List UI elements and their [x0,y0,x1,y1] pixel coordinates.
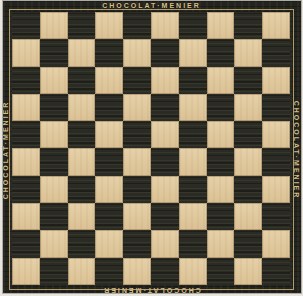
square-r6c1[interactable] [12,148,40,175]
square-r10c4[interactable] [95,258,123,285]
square-r10c5[interactable] [123,258,151,285]
square-r6c4[interactable] [95,148,123,175]
square-r7c10[interactable] [262,176,290,203]
square-r4c6[interactable] [151,94,179,121]
square-r9c6[interactable] [151,230,179,257]
square-r7c5[interactable] [123,176,151,203]
square-r9c1[interactable] [12,230,40,257]
square-r6c3[interactable] [68,148,96,175]
square-r2c1[interactable] [12,39,40,66]
square-r1c5[interactable] [123,12,151,39]
square-r2c2[interactable] [40,39,68,66]
square-r4c7[interactable] [179,94,207,121]
square-r8c9[interactable] [234,203,262,230]
square-r3c2[interactable] [40,67,68,94]
square-r8c7[interactable] [179,203,207,230]
square-r7c1[interactable] [12,176,40,203]
square-r8c6[interactable] [151,203,179,230]
square-r5c8[interactable] [207,121,235,148]
square-r1c4[interactable] [95,12,123,39]
square-r7c8[interactable] [207,176,235,203]
square-r1c8[interactable] [207,12,235,39]
square-r4c5[interactable] [123,94,151,121]
square-r8c1[interactable] [12,203,40,230]
square-r5c10[interactable] [262,121,290,148]
square-r5c1[interactable] [12,121,40,148]
square-r3c7[interactable] [179,67,207,94]
square-r1c7[interactable] [179,12,207,39]
square-r8c5[interactable] [123,203,151,230]
square-r4c4[interactable] [95,94,123,121]
square-r3c1[interactable] [12,67,40,94]
square-r5c9[interactable] [234,121,262,148]
board-photo: CHOCOLAT·MENIER CHOCOLAT·MENIER CHOCOLAT… [0,0,303,296]
square-r5c6[interactable] [151,121,179,148]
square-r2c7[interactable] [179,39,207,66]
square-r9c4[interactable] [95,230,123,257]
square-r6c2[interactable] [40,148,68,175]
square-r2c3[interactable] [68,39,96,66]
square-r2c10[interactable] [262,39,290,66]
square-r7c9[interactable] [234,176,262,203]
square-r3c5[interactable] [123,67,151,94]
square-r8c3[interactable] [68,203,96,230]
square-r9c10[interactable] [262,230,290,257]
square-r9c7[interactable] [179,230,207,257]
square-r10c6[interactable] [151,258,179,285]
square-r4c3[interactable] [68,94,96,121]
square-r6c7[interactable] [179,148,207,175]
square-r1c10[interactable] [262,12,290,39]
square-r6c9[interactable] [234,148,262,175]
square-r10c7[interactable] [179,258,207,285]
board [12,12,290,285]
square-r2c8[interactable] [207,39,235,66]
square-r8c10[interactable] [262,203,290,230]
square-r5c2[interactable] [40,121,68,148]
square-r4c10[interactable] [262,94,290,121]
square-r7c4[interactable] [95,176,123,203]
square-r2c9[interactable] [234,39,262,66]
square-r7c6[interactable] [151,176,179,203]
square-r7c3[interactable] [68,176,96,203]
square-r1c3[interactable] [68,12,96,39]
square-r9c3[interactable] [68,230,96,257]
square-r5c4[interactable] [95,121,123,148]
square-r1c1[interactable] [12,12,40,39]
square-r1c6[interactable] [151,12,179,39]
square-r6c6[interactable] [151,148,179,175]
square-r6c8[interactable] [207,148,235,175]
square-r10c3[interactable] [68,258,96,285]
square-r3c9[interactable] [234,67,262,94]
square-r5c5[interactable] [123,121,151,148]
square-r2c4[interactable] [95,39,123,66]
square-r4c1[interactable] [12,94,40,121]
square-r8c4[interactable] [95,203,123,230]
square-r10c9[interactable] [234,258,262,285]
square-r4c8[interactable] [207,94,235,121]
square-r4c2[interactable] [40,94,68,121]
square-r3c4[interactable] [95,67,123,94]
square-r2c5[interactable] [123,39,151,66]
square-r9c2[interactable] [40,230,68,257]
square-r1c9[interactable] [234,12,262,39]
square-r3c10[interactable] [262,67,290,94]
square-r9c9[interactable] [234,230,262,257]
square-r9c8[interactable] [207,230,235,257]
square-r4c9[interactable] [234,94,262,121]
square-r10c10[interactable] [262,258,290,285]
square-r10c2[interactable] [40,258,68,285]
square-r8c8[interactable] [207,203,235,230]
square-r10c1[interactable] [12,258,40,285]
square-r6c5[interactable] [123,148,151,175]
square-r2c6[interactable] [151,39,179,66]
square-r5c3[interactable] [68,121,96,148]
square-r6c10[interactable] [262,148,290,175]
square-r3c8[interactable] [207,67,235,94]
square-r7c7[interactable] [179,176,207,203]
square-r7c2[interactable] [40,176,68,203]
square-r5c7[interactable] [179,121,207,148]
square-r8c2[interactable] [40,203,68,230]
square-r1c2[interactable] [40,12,68,39]
square-r10c8[interactable] [207,258,235,285]
square-r3c6[interactable] [151,67,179,94]
square-r3c3[interactable] [68,67,96,94]
square-r9c5[interactable] [123,230,151,257]
